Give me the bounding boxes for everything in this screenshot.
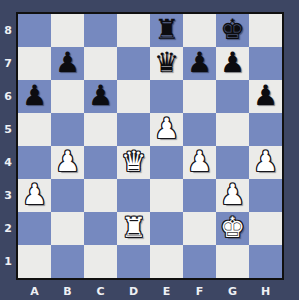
- square-e2[interactable]: [150, 212, 183, 245]
- square-d8[interactable]: [117, 14, 150, 47]
- square-h7[interactable]: [249, 47, 282, 80]
- square-b7[interactable]: ♟: [51, 47, 84, 80]
- black-queen-piece[interactable]: ♛: [154, 46, 179, 79]
- rank-label-1: 1: [0, 245, 16, 278]
- rank-label-6: 6: [0, 80, 16, 113]
- square-d7[interactable]: [117, 47, 150, 80]
- rank-labels: 87654321: [0, 14, 16, 278]
- rank-label-7: 7: [0, 47, 16, 80]
- square-f8[interactable]: [183, 14, 216, 47]
- square-c3[interactable]: [84, 179, 117, 212]
- square-c5[interactable]: [84, 113, 117, 146]
- square-f1[interactable]: [183, 245, 216, 278]
- square-g6[interactable]: [216, 80, 249, 113]
- square-e8[interactable]: ♜: [150, 14, 183, 47]
- square-a1[interactable]: [18, 245, 51, 278]
- rank-label-8: 8: [0, 14, 16, 47]
- file-labels: ABCDEFGH: [18, 283, 282, 300]
- white-pawn-piece[interactable]: ♟: [253, 145, 278, 178]
- white-pawn-piece[interactable]: ♟: [187, 145, 212, 178]
- square-a5[interactable]: [18, 113, 51, 146]
- square-c1[interactable]: [84, 245, 117, 278]
- white-pawn-piece[interactable]: ♟: [22, 178, 47, 211]
- square-f7[interactable]: ♟: [183, 47, 216, 80]
- square-b6[interactable]: [51, 80, 84, 113]
- square-a4[interactable]: [18, 146, 51, 179]
- black-pawn-piece[interactable]: ♟: [187, 46, 212, 79]
- square-g7[interactable]: ♟: [216, 47, 249, 80]
- white-pawn-piece[interactable]: ♟: [154, 112, 179, 145]
- square-d3[interactable]: [117, 179, 150, 212]
- square-e4[interactable]: [150, 146, 183, 179]
- file-label-d: D: [117, 283, 150, 300]
- square-d4[interactable]: ♛: [117, 146, 150, 179]
- square-d5[interactable]: [117, 113, 150, 146]
- square-g5[interactable]: [216, 113, 249, 146]
- square-e5[interactable]: ♟: [150, 113, 183, 146]
- square-f5[interactable]: [183, 113, 216, 146]
- square-h4[interactable]: ♟: [249, 146, 282, 179]
- black-pawn-piece[interactable]: ♟: [55, 46, 80, 79]
- white-queen-piece[interactable]: ♛: [121, 145, 146, 178]
- square-c6[interactable]: ♟: [84, 80, 117, 113]
- square-e3[interactable]: [150, 179, 183, 212]
- file-label-c: C: [84, 283, 117, 300]
- square-f6[interactable]: [183, 80, 216, 113]
- white-king-piece[interactable]: ♚: [220, 211, 245, 244]
- square-g1[interactable]: [216, 245, 249, 278]
- square-a8[interactable]: [18, 14, 51, 47]
- file-label-a: A: [18, 283, 51, 300]
- chess-board: ♜♚♟♛♟♟♟♟♟♟♟♛♟♟♟♟♜♚: [16, 12, 284, 280]
- square-c7[interactable]: [84, 47, 117, 80]
- rank-label-4: 4: [0, 146, 16, 179]
- square-a3[interactable]: ♟: [18, 179, 51, 212]
- square-g3[interactable]: ♟: [216, 179, 249, 212]
- black-rook-piece[interactable]: ♜: [154, 13, 179, 46]
- square-h8[interactable]: [249, 14, 282, 47]
- white-rook-piece[interactable]: ♜: [121, 211, 146, 244]
- square-e6[interactable]: [150, 80, 183, 113]
- square-b8[interactable]: [51, 14, 84, 47]
- square-g2[interactable]: ♚: [216, 212, 249, 245]
- file-label-b: B: [51, 283, 84, 300]
- white-pawn-piece[interactable]: ♟: [55, 145, 80, 178]
- file-label-e: E: [150, 283, 183, 300]
- black-king-piece[interactable]: ♚: [220, 13, 245, 46]
- rank-label-2: 2: [0, 212, 16, 245]
- square-f3[interactable]: [183, 179, 216, 212]
- chess-diagram: 87654321 ♜♚♟♛♟♟♟♟♟♟♟♛♟♟♟♟♜♚ ABCDEFGH: [0, 0, 299, 300]
- square-g4[interactable]: [216, 146, 249, 179]
- black-pawn-piece[interactable]: ♟: [22, 79, 47, 112]
- square-e1[interactable]: [150, 245, 183, 278]
- square-e7[interactable]: ♛: [150, 47, 183, 80]
- square-d2[interactable]: ♜: [117, 212, 150, 245]
- black-pawn-piece[interactable]: ♟: [253, 79, 278, 112]
- rank-label-5: 5: [0, 113, 16, 146]
- square-c2[interactable]: [84, 212, 117, 245]
- square-h5[interactable]: [249, 113, 282, 146]
- square-a7[interactable]: [18, 47, 51, 80]
- square-h2[interactable]: [249, 212, 282, 245]
- square-a2[interactable]: [18, 212, 51, 245]
- file-label-g: G: [216, 283, 249, 300]
- square-h1[interactable]: [249, 245, 282, 278]
- rank-label-3: 3: [0, 179, 16, 212]
- square-b2[interactable]: [51, 212, 84, 245]
- square-h3[interactable]: [249, 179, 282, 212]
- square-c4[interactable]: [84, 146, 117, 179]
- black-pawn-piece[interactable]: ♟: [88, 79, 113, 112]
- square-d1[interactable]: [117, 245, 150, 278]
- file-label-h: H: [249, 283, 282, 300]
- square-f2[interactable]: [183, 212, 216, 245]
- file-label-f: F: [183, 283, 216, 300]
- square-h6[interactable]: ♟: [249, 80, 282, 113]
- square-c8[interactable]: [84, 14, 117, 47]
- square-b3[interactable]: [51, 179, 84, 212]
- white-pawn-piece[interactable]: ♟: [220, 178, 245, 211]
- square-g8[interactable]: ♚: [216, 14, 249, 47]
- black-pawn-piece[interactable]: ♟: [220, 46, 245, 79]
- square-b5[interactable]: [51, 113, 84, 146]
- square-b4[interactable]: ♟: [51, 146, 84, 179]
- square-b1[interactable]: [51, 245, 84, 278]
- square-d6[interactable]: [117, 80, 150, 113]
- square-f4[interactable]: ♟: [183, 146, 216, 179]
- square-a6[interactable]: ♟: [18, 80, 51, 113]
